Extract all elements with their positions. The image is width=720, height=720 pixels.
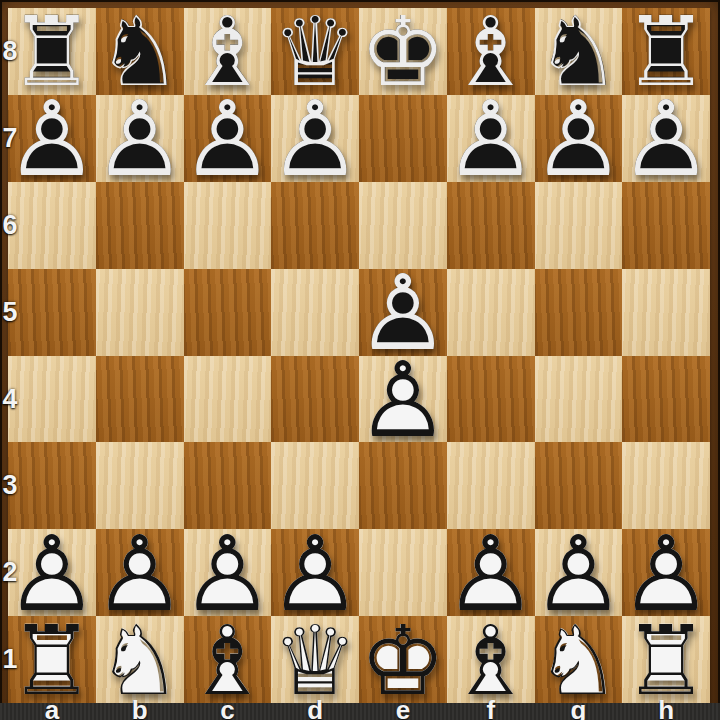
board-square-c7[interactable]: ♟♙ bbox=[184, 95, 272, 182]
board-square-h7[interactable]: ♟♙ bbox=[622, 95, 710, 182]
board-square-b2[interactable]: ♟♙ bbox=[96, 529, 184, 616]
board-square-c4[interactable] bbox=[184, 356, 272, 443]
board-square-g2[interactable]: ♟♙ bbox=[535, 529, 623, 616]
piece-white-pawn-g2[interactable]: ♟♙ bbox=[535, 529, 623, 616]
board-square-c6[interactable] bbox=[184, 182, 272, 269]
board-square-h4[interactable] bbox=[622, 356, 710, 443]
board-square-b7[interactable]: ♟♙ bbox=[96, 95, 184, 182]
piece-glyph-outline: ♘ bbox=[96, 617, 184, 704]
piece-white-knight-g1[interactable]: ♞♘ bbox=[535, 616, 623, 703]
board-square-a2[interactable]: ♟♙ bbox=[8, 529, 96, 616]
chess-board: ♜♖♞♘♝♗♛♕♚♔♝♗♞♘♜♖♟♙♟♙♟♙♟♙♟♙♟♙♟♙♟♙♟♙♟♙♟♙♟♙… bbox=[8, 8, 710, 703]
rank-label-4: 4 bbox=[0, 356, 20, 443]
piece-white-pawn-e4[interactable]: ♟♙ bbox=[359, 356, 447, 443]
board-square-f6[interactable] bbox=[447, 182, 535, 269]
board-square-d5[interactable] bbox=[271, 269, 359, 356]
piece-black-pawn-g7[interactable]: ♟♙ bbox=[535, 95, 623, 182]
piece-glyph-outline: ♕ bbox=[271, 617, 359, 704]
piece-black-pawn-b7[interactable]: ♟♙ bbox=[96, 95, 184, 182]
board-square-f2[interactable]: ♟♙ bbox=[447, 529, 535, 616]
piece-white-queen-d1[interactable]: ♛♕ bbox=[271, 616, 359, 703]
board-square-e4[interactable]: ♟♙ bbox=[359, 356, 447, 443]
board-square-a4[interactable] bbox=[8, 356, 96, 443]
board-square-e1[interactable]: ♚♔ bbox=[359, 616, 447, 703]
piece-white-bishop-c1[interactable]: ♝♗ bbox=[184, 616, 272, 703]
piece-white-pawn-c2[interactable]: ♟♙ bbox=[184, 529, 272, 616]
board-square-e2[interactable] bbox=[359, 529, 447, 616]
file-label-c: c bbox=[184, 699, 272, 720]
rank-label-1: 1 bbox=[0, 616, 20, 703]
board-square-h6[interactable] bbox=[622, 182, 710, 269]
rank-label-7: 7 bbox=[0, 95, 20, 182]
board-square-h2[interactable]: ♟♙ bbox=[622, 529, 710, 616]
board-square-g1[interactable]: ♞♘ bbox=[535, 616, 623, 703]
piece-glyph-outline: ♔ bbox=[359, 617, 447, 704]
board-square-b5[interactable] bbox=[96, 269, 184, 356]
piece-white-pawn-a2[interactable]: ♟♙ bbox=[8, 529, 96, 616]
file-label-h: h bbox=[622, 699, 710, 720]
piece-white-rook-a1[interactable]: ♜♖ bbox=[8, 616, 96, 703]
board-square-e8[interactable]: ♚♔ bbox=[359, 8, 447, 95]
piece-glyph-outline: ♗ bbox=[447, 617, 535, 704]
board-square-a1[interactable]: ♜♖ bbox=[8, 616, 96, 703]
rank-label-2: 2 bbox=[0, 529, 20, 616]
board-square-d2[interactable]: ♟♙ bbox=[271, 529, 359, 616]
board-square-b1[interactable]: ♞♘ bbox=[96, 616, 184, 703]
piece-black-pawn-a7[interactable]: ♟♙ bbox=[8, 95, 96, 182]
board-square-b4[interactable] bbox=[96, 356, 184, 443]
board-square-d7[interactable]: ♟♙ bbox=[271, 95, 359, 182]
board-square-c2[interactable]: ♟♙ bbox=[184, 529, 272, 616]
piece-white-pawn-b2[interactable]: ♟♙ bbox=[96, 529, 184, 616]
piece-white-rook-h1[interactable]: ♜♖ bbox=[622, 616, 710, 703]
piece-white-pawn-f2[interactable]: ♟♙ bbox=[447, 529, 535, 616]
piece-glyph-outline: ♗ bbox=[184, 617, 272, 704]
piece-glyph-outline: ♔ bbox=[359, 9, 447, 96]
board-square-f5[interactable] bbox=[447, 269, 535, 356]
board-square-a6[interactable] bbox=[8, 182, 96, 269]
board-square-d6[interactable] bbox=[271, 182, 359, 269]
piece-glyph-outline: ♙ bbox=[184, 96, 272, 183]
board-square-g4[interactable] bbox=[535, 356, 623, 443]
piece-white-bishop-f1[interactable]: ♝♗ bbox=[447, 616, 535, 703]
board-square-a5[interactable] bbox=[8, 269, 96, 356]
board-square-h1[interactable]: ♜♖ bbox=[622, 616, 710, 703]
board-square-h5[interactable] bbox=[622, 269, 710, 356]
board-square-e7[interactable] bbox=[359, 95, 447, 182]
piece-glyph-outline: ♙ bbox=[8, 96, 96, 183]
board-square-d1[interactable]: ♛♕ bbox=[271, 616, 359, 703]
board-square-f4[interactable] bbox=[447, 356, 535, 443]
piece-black-pawn-h7[interactable]: ♟♙ bbox=[622, 95, 710, 182]
piece-glyph-outline: ♖ bbox=[622, 617, 710, 704]
board-square-c1[interactable]: ♝♗ bbox=[184, 616, 272, 703]
board-square-d4[interactable] bbox=[271, 356, 359, 443]
board-square-a7[interactable]: ♟♙ bbox=[8, 95, 96, 182]
piece-white-king-e1[interactable]: ♚♔ bbox=[359, 616, 447, 703]
board-square-g7[interactable]: ♟♙ bbox=[535, 95, 623, 182]
rank-label-6: 6 bbox=[0, 182, 20, 269]
piece-glyph-outline: ♙ bbox=[622, 96, 710, 183]
piece-glyph-outline: ♙ bbox=[96, 96, 184, 183]
piece-glyph-outline: ♙ bbox=[271, 96, 359, 183]
board-square-g6[interactable] bbox=[535, 182, 623, 269]
piece-glyph-outline: ♙ bbox=[359, 357, 447, 444]
file-label-g: g bbox=[535, 699, 623, 720]
piece-glyph-outline: ♘ bbox=[535, 617, 623, 704]
board-square-c5[interactable] bbox=[184, 269, 272, 356]
piece-black-king-e8[interactable]: ♚♔ bbox=[359, 8, 447, 95]
rank-label-5: 5 bbox=[0, 269, 20, 356]
rank-label-8: 8 bbox=[0, 8, 20, 95]
board-square-f7[interactable]: ♟♙ bbox=[447, 95, 535, 182]
file-label-f: f bbox=[447, 699, 535, 720]
piece-white-knight-b1[interactable]: ♞♘ bbox=[96, 616, 184, 703]
piece-white-pawn-d2[interactable]: ♟♙ bbox=[271, 529, 359, 616]
piece-black-pawn-c7[interactable]: ♟♙ bbox=[184, 95, 272, 182]
file-label-a: a bbox=[8, 699, 96, 720]
file-label-d: d bbox=[271, 699, 359, 720]
piece-glyph-outline: ♖ bbox=[8, 617, 96, 704]
piece-black-pawn-f7[interactable]: ♟♙ bbox=[447, 95, 535, 182]
file-label-b: b bbox=[96, 699, 184, 720]
rank-label-3: 3 bbox=[0, 442, 20, 529]
piece-glyph-outline: ♙ bbox=[535, 96, 623, 183]
board-square-f1[interactable]: ♝♗ bbox=[447, 616, 535, 703]
piece-white-pawn-h2[interactable]: ♟♙ bbox=[622, 529, 710, 616]
board-square-e3[interactable] bbox=[359, 442, 447, 529]
file-label-e: e bbox=[359, 699, 447, 720]
piece-black-pawn-d7[interactable]: ♟♙ bbox=[271, 95, 359, 182]
board-square-g5[interactable] bbox=[535, 269, 623, 356]
board-square-b6[interactable] bbox=[96, 182, 184, 269]
piece-glyph-outline: ♙ bbox=[447, 96, 535, 183]
